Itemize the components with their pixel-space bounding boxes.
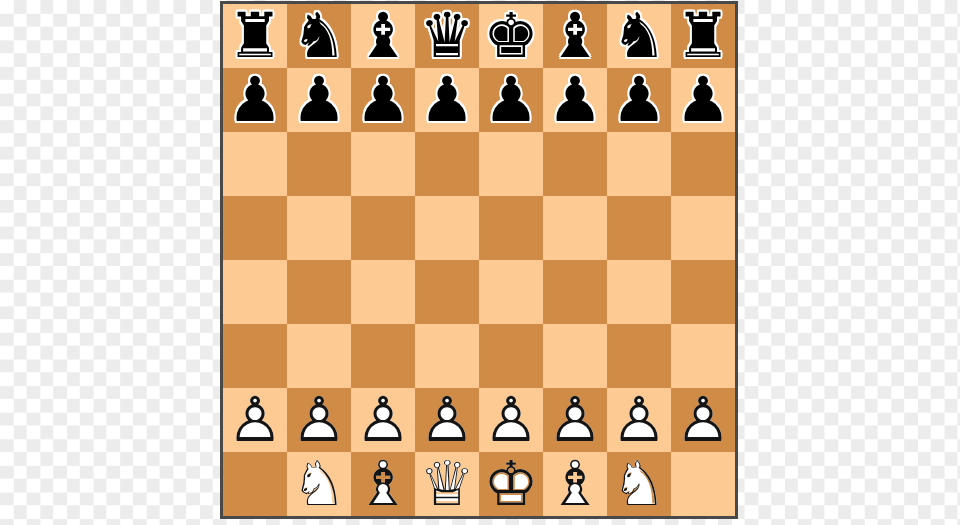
square-d7[interactable]: ♟ bbox=[415, 68, 479, 132]
white-knight-piece-outline: ♘ bbox=[291, 453, 347, 515]
black-knight-piece: ♞ bbox=[611, 5, 667, 67]
square-b5[interactable] bbox=[287, 196, 351, 260]
square-d8[interactable]: ♛ bbox=[415, 4, 479, 68]
square-f3[interactable] bbox=[543, 324, 607, 388]
square-e2[interactable]: ♟♙ bbox=[479, 388, 543, 452]
square-h2[interactable]: ♟♙ bbox=[671, 388, 735, 452]
white-pawn-piece-fill: ♟ bbox=[547, 389, 603, 451]
black-queen-piece: ♛ bbox=[419, 5, 475, 67]
square-g6[interactable] bbox=[607, 132, 671, 196]
square-a8[interactable]: ♜ bbox=[223, 4, 287, 68]
white-knight-piece-outline: ♘ bbox=[611, 453, 667, 515]
black-pawn-piece: ♟ bbox=[675, 69, 731, 131]
black-pawn-piece: ♟ bbox=[419, 69, 475, 131]
white-queen-piece-outline: ♕ bbox=[419, 453, 475, 515]
square-d5[interactable] bbox=[415, 196, 479, 260]
square-g4[interactable] bbox=[607, 260, 671, 324]
white-pawn-piece-fill: ♟ bbox=[483, 389, 539, 451]
square-e3[interactable] bbox=[479, 324, 543, 388]
white-pawn-piece: ♟♙ bbox=[483, 389, 539, 451]
square-c2[interactable]: ♟♙ bbox=[351, 388, 415, 452]
black-bishop-piece: ♝ bbox=[355, 5, 411, 67]
square-c5[interactable] bbox=[351, 196, 415, 260]
white-king-piece-outline: ♔ bbox=[483, 453, 539, 515]
white-pawn-piece: ♟♙ bbox=[227, 389, 283, 451]
white-pawn-piece-outline: ♙ bbox=[227, 389, 283, 451]
square-h5[interactable] bbox=[671, 196, 735, 260]
square-f6[interactable] bbox=[543, 132, 607, 196]
white-pawn-piece-outline: ♙ bbox=[483, 389, 539, 451]
square-a6[interactable] bbox=[223, 132, 287, 196]
white-bishop-piece-outline: ♗ bbox=[355, 453, 411, 515]
black-pawn-piece: ♟ bbox=[547, 69, 603, 131]
square-c3[interactable] bbox=[351, 324, 415, 388]
square-f2[interactable]: ♟♙ bbox=[543, 388, 607, 452]
square-h3[interactable] bbox=[671, 324, 735, 388]
black-pawn-piece: ♟ bbox=[611, 69, 667, 131]
square-c7[interactable]: ♟ bbox=[351, 68, 415, 132]
white-pawn-piece-outline: ♙ bbox=[675, 389, 731, 451]
square-f8[interactable]: ♝ bbox=[543, 4, 607, 68]
black-pawn-piece: ♟ bbox=[291, 69, 347, 131]
square-g5[interactable] bbox=[607, 196, 671, 260]
white-king-piece-fill: ♚ bbox=[483, 453, 539, 515]
square-f4[interactable] bbox=[543, 260, 607, 324]
square-a2[interactable]: ♟♙ bbox=[223, 388, 287, 452]
white-bishop-piece: ♝♗ bbox=[547, 453, 603, 515]
square-b6[interactable] bbox=[287, 132, 351, 196]
square-a3[interactable] bbox=[223, 324, 287, 388]
black-knight-piece: ♞ bbox=[291, 5, 347, 67]
black-pawn-piece: ♟ bbox=[227, 69, 283, 131]
square-a4[interactable] bbox=[223, 260, 287, 324]
square-b4[interactable] bbox=[287, 260, 351, 324]
square-h7[interactable]: ♟ bbox=[671, 68, 735, 132]
white-pawn-piece-fill: ♟ bbox=[355, 389, 411, 451]
square-f1[interactable]: ♝♗ bbox=[543, 452, 607, 516]
square-b3[interactable] bbox=[287, 324, 351, 388]
square-h8[interactable]: ♜ bbox=[671, 4, 735, 68]
square-e5[interactable] bbox=[479, 196, 543, 260]
chess-board: ♜♞♝♛♚♝♞♜♟♟♟♟♟♟♟♟♟♙♟♙♟♙♟♙♟♙♟♙♟♙♟♙♞♘♝♗♛♕♚♔… bbox=[220, 1, 738, 519]
black-rook-piece: ♜ bbox=[227, 5, 283, 67]
square-d4[interactable] bbox=[415, 260, 479, 324]
white-pawn-piece-fill: ♟ bbox=[419, 389, 475, 451]
white-pawn-piece: ♟♙ bbox=[547, 389, 603, 451]
square-c1[interactable]: ♝♗ bbox=[351, 452, 415, 516]
white-pawn-piece: ♟♙ bbox=[291, 389, 347, 451]
white-pawn-piece: ♟♙ bbox=[675, 389, 731, 451]
black-rook-piece: ♜ bbox=[675, 5, 731, 67]
square-g1[interactable]: ♞♘ bbox=[607, 452, 671, 516]
square-e8[interactable]: ♚ bbox=[479, 4, 543, 68]
square-f7[interactable]: ♟ bbox=[543, 68, 607, 132]
square-b2[interactable]: ♟♙ bbox=[287, 388, 351, 452]
white-pawn-piece-fill: ♟ bbox=[611, 389, 667, 451]
square-e1[interactable]: ♚♔ bbox=[479, 452, 543, 516]
black-king-piece: ♚ bbox=[483, 5, 539, 67]
white-pawn-piece-outline: ♙ bbox=[291, 389, 347, 451]
square-e7[interactable]: ♟ bbox=[479, 68, 543, 132]
white-pawn-piece-outline: ♙ bbox=[419, 389, 475, 451]
square-g3[interactable] bbox=[607, 324, 671, 388]
white-pawn-piece-fill: ♟ bbox=[227, 389, 283, 451]
square-d3[interactable] bbox=[415, 324, 479, 388]
white-queen-piece-fill: ♛ bbox=[419, 453, 475, 515]
square-g8[interactable]: ♞ bbox=[607, 4, 671, 68]
black-pawn-piece: ♟ bbox=[483, 69, 539, 131]
square-b1[interactable]: ♞♘ bbox=[287, 452, 351, 516]
white-bishop-piece-fill: ♝ bbox=[355, 453, 411, 515]
white-pawn-piece: ♟♙ bbox=[355, 389, 411, 451]
white-pawn-piece: ♟♙ bbox=[419, 389, 475, 451]
white-pawn-piece: ♟♙ bbox=[611, 389, 667, 451]
square-g7[interactable]: ♟ bbox=[607, 68, 671, 132]
square-h1[interactable] bbox=[671, 452, 735, 516]
square-c6[interactable] bbox=[351, 132, 415, 196]
square-b7[interactable]: ♟ bbox=[287, 68, 351, 132]
square-g2[interactable]: ♟♙ bbox=[607, 388, 671, 452]
white-pawn-piece-outline: ♙ bbox=[611, 389, 667, 451]
square-a7[interactable]: ♟ bbox=[223, 68, 287, 132]
page-background: ♜♞♝♛♚♝♞♜♟♟♟♟♟♟♟♟♟♙♟♙♟♙♟♙♟♙♟♙♟♙♟♙♞♘♝♗♛♕♚♔… bbox=[0, 0, 960, 525]
white-pawn-piece-fill: ♟ bbox=[675, 389, 731, 451]
white-bishop-piece-outline: ♗ bbox=[547, 453, 603, 515]
black-bishop-piece: ♝ bbox=[547, 5, 603, 67]
square-e6[interactable] bbox=[479, 132, 543, 196]
white-king-piece: ♚♔ bbox=[483, 453, 539, 515]
square-e4[interactable] bbox=[479, 260, 543, 324]
white-pawn-piece-fill: ♟ bbox=[291, 389, 347, 451]
square-h6[interactable] bbox=[671, 132, 735, 196]
white-knight-piece-fill: ♞ bbox=[611, 453, 667, 515]
square-d6[interactable] bbox=[415, 132, 479, 196]
white-knight-piece: ♞♘ bbox=[291, 453, 347, 515]
white-knight-piece-fill: ♞ bbox=[291, 453, 347, 515]
square-c4[interactable] bbox=[351, 260, 415, 324]
square-d2[interactable]: ♟♙ bbox=[415, 388, 479, 452]
white-knight-piece: ♞♘ bbox=[611, 453, 667, 515]
square-d1[interactable]: ♛♕ bbox=[415, 452, 479, 516]
white-pawn-piece-outline: ♙ bbox=[547, 389, 603, 451]
white-pawn-piece-outline: ♙ bbox=[355, 389, 411, 451]
square-a5[interactable] bbox=[223, 196, 287, 260]
square-f5[interactable] bbox=[543, 196, 607, 260]
square-b8[interactable]: ♞ bbox=[287, 4, 351, 68]
white-bishop-piece-fill: ♝ bbox=[547, 453, 603, 515]
black-pawn-piece: ♟ bbox=[355, 69, 411, 131]
white-queen-piece: ♛♕ bbox=[419, 453, 475, 515]
square-c8[interactable]: ♝ bbox=[351, 4, 415, 68]
square-h4[interactable] bbox=[671, 260, 735, 324]
square-a1[interactable] bbox=[223, 452, 287, 516]
white-bishop-piece: ♝♗ bbox=[355, 453, 411, 515]
